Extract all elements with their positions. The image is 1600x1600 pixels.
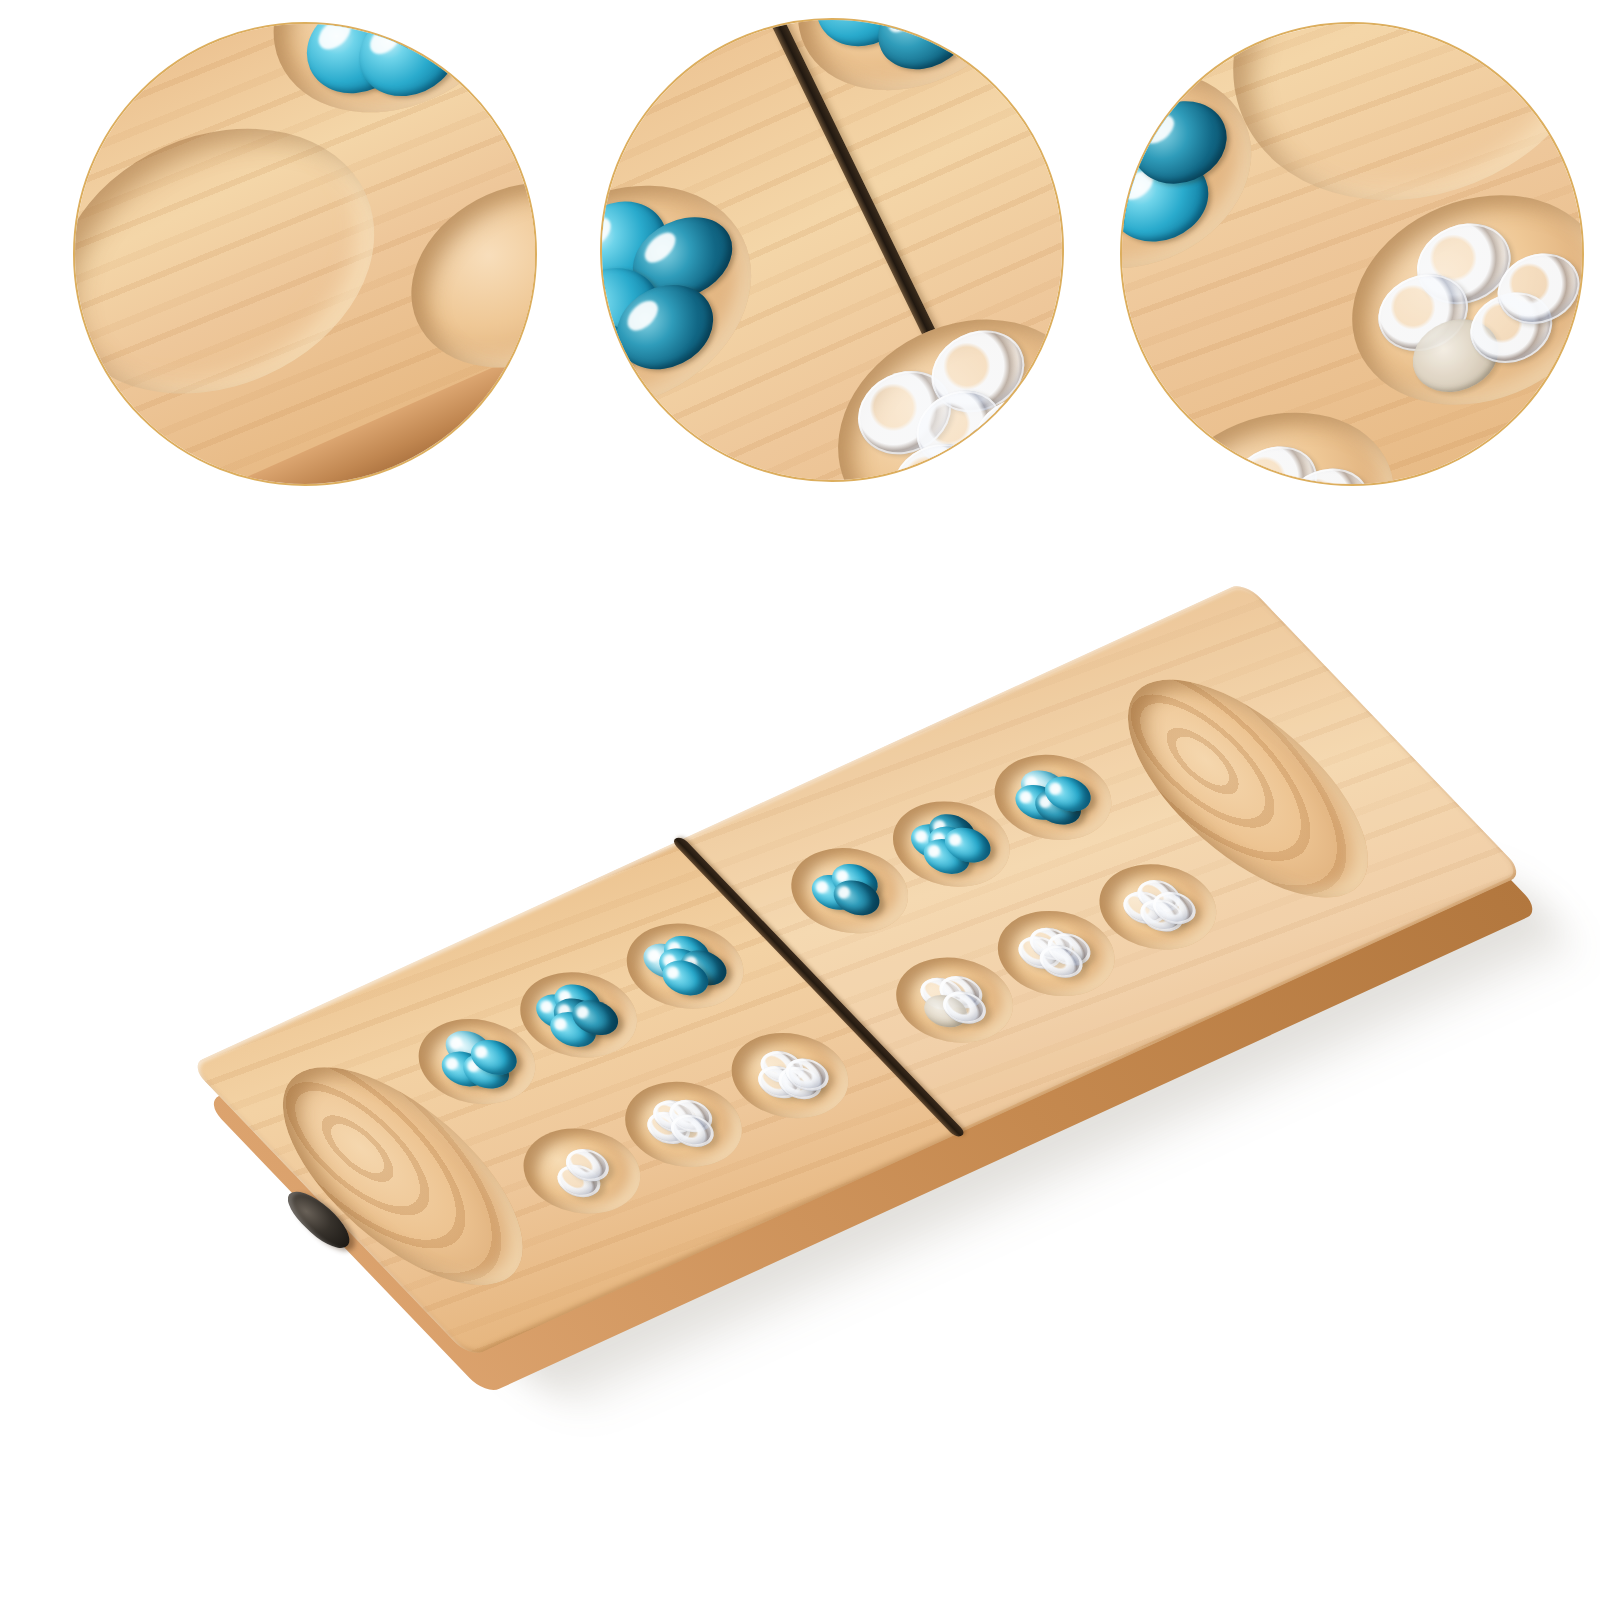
blue-stone (885, 18, 1021, 32)
pit-sliver-zoom (531, 22, 537, 155)
inset-detail-middle (600, 18, 1064, 482)
clear-stone (1174, 473, 1287, 486)
inset-right-content (1120, 22, 1584, 486)
inset-detail-left (73, 22, 537, 486)
product-photo (0, 0, 1600, 1600)
inset-middle-content (600, 18, 1064, 482)
inset-detail-right (1120, 22, 1584, 486)
mancala-board (135, 557, 1600, 1423)
inset-left-content (73, 22, 537, 486)
